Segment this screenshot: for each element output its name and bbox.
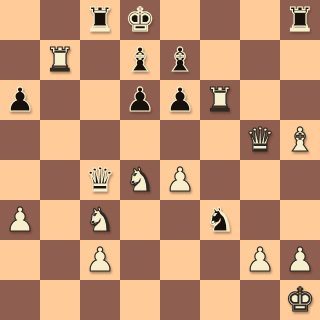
square-d6[interactable]: ♟ <box>120 80 160 120</box>
square-a2[interactable] <box>0 240 40 280</box>
piece-white-knight-c3: ♞ <box>85 200 115 240</box>
square-h2[interactable]: ♟ <box>280 240 320 280</box>
square-d3[interactable] <box>120 200 160 240</box>
square-a7[interactable] <box>0 40 40 80</box>
square-f7[interactable] <box>200 40 240 80</box>
square-b5[interactable] <box>40 120 80 160</box>
piece-black-pawn-e6: ♟ <box>165 80 195 120</box>
square-d2[interactable] <box>120 240 160 280</box>
square-c8[interactable]: ♜ <box>80 0 120 40</box>
square-c7[interactable] <box>80 40 120 80</box>
square-c3[interactable]: ♞ <box>80 200 120 240</box>
square-h3[interactable] <box>280 200 320 240</box>
piece-black-rook-c8: ♜ <box>85 0 115 40</box>
square-b3[interactable] <box>40 200 80 240</box>
square-e5[interactable] <box>160 120 200 160</box>
square-f1[interactable] <box>200 280 240 320</box>
square-b6[interactable] <box>40 80 80 120</box>
square-g6[interactable] <box>240 80 280 120</box>
square-h1[interactable]: ♚ <box>280 280 320 320</box>
square-a5[interactable] <box>0 120 40 160</box>
square-g5[interactable]: ♛ <box>240 120 280 160</box>
square-a8[interactable] <box>0 0 40 40</box>
piece-white-rook-b7: ♜ <box>45 40 75 80</box>
piece-white-pawn-h2: ♟ <box>285 240 315 280</box>
square-a1[interactable] <box>0 280 40 320</box>
piece-white-rook-f6: ♜ <box>205 80 235 120</box>
square-g4[interactable] <box>240 160 280 200</box>
square-c5[interactable] <box>80 120 120 160</box>
square-b1[interactable] <box>40 280 80 320</box>
square-h4[interactable] <box>280 160 320 200</box>
chess-board: ♜♚♜♜♝♝♟♟♟♜♛♝♛♞♟♟♞♞♟♟♟♚ <box>0 0 320 320</box>
piece-white-bishop-h5: ♝ <box>285 120 315 160</box>
square-b4[interactable] <box>40 160 80 200</box>
square-d8[interactable]: ♚ <box>120 0 160 40</box>
square-f6[interactable]: ♜ <box>200 80 240 120</box>
square-a4[interactable] <box>0 160 40 200</box>
square-c4[interactable]: ♛ <box>80 160 120 200</box>
piece-black-bishop-d7: ♝ <box>125 40 155 80</box>
piece-black-rook-h8: ♜ <box>285 0 315 40</box>
piece-black-king-d8: ♚ <box>125 0 155 40</box>
square-e6[interactable]: ♟ <box>160 80 200 120</box>
piece-black-bishop-e7: ♝ <box>165 40 195 80</box>
square-c1[interactable] <box>80 280 120 320</box>
square-c6[interactable] <box>80 80 120 120</box>
square-f3[interactable]: ♞ <box>200 200 240 240</box>
square-c2[interactable]: ♟ <box>80 240 120 280</box>
piece-white-king-h1: ♚ <box>285 280 315 320</box>
piece-white-knight-d4: ♞ <box>125 160 155 200</box>
square-g1[interactable] <box>240 280 280 320</box>
square-e8[interactable] <box>160 0 200 40</box>
square-d5[interactable] <box>120 120 160 160</box>
square-f2[interactable] <box>200 240 240 280</box>
piece-black-pawn-a6: ♟ <box>5 80 35 120</box>
square-g7[interactable] <box>240 40 280 80</box>
square-a6[interactable]: ♟ <box>0 80 40 120</box>
square-d4[interactable]: ♞ <box>120 160 160 200</box>
square-b2[interactable] <box>40 240 80 280</box>
square-a3[interactable]: ♟ <box>0 200 40 240</box>
square-f8[interactable] <box>200 0 240 40</box>
piece-black-queen-c4: ♛ <box>85 160 115 200</box>
piece-white-pawn-a3: ♟ <box>5 200 35 240</box>
square-g2[interactable]: ♟ <box>240 240 280 280</box>
square-f4[interactable] <box>200 160 240 200</box>
square-d7[interactable]: ♝ <box>120 40 160 80</box>
square-e2[interactable] <box>160 240 200 280</box>
piece-white-pawn-g2: ♟ <box>245 240 275 280</box>
square-h6[interactable] <box>280 80 320 120</box>
square-e1[interactable] <box>160 280 200 320</box>
square-g3[interactable] <box>240 200 280 240</box>
square-h5[interactable]: ♝ <box>280 120 320 160</box>
piece-white-queen-g5: ♛ <box>245 120 275 160</box>
piece-black-knight-f3: ♞ <box>205 200 235 240</box>
square-g8[interactable] <box>240 0 280 40</box>
square-b8[interactable] <box>40 0 80 40</box>
square-e4[interactable]: ♟ <box>160 160 200 200</box>
piece-white-pawn-e4: ♟ <box>165 160 195 200</box>
square-h7[interactable] <box>280 40 320 80</box>
square-f5[interactable] <box>200 120 240 160</box>
square-e3[interactable] <box>160 200 200 240</box>
piece-black-pawn-d6: ♟ <box>125 80 155 120</box>
square-h8[interactable]: ♜ <box>280 0 320 40</box>
square-b7[interactable]: ♜ <box>40 40 80 80</box>
square-d1[interactable] <box>120 280 160 320</box>
piece-white-pawn-c2: ♟ <box>85 240 115 280</box>
square-e7[interactable]: ♝ <box>160 40 200 80</box>
